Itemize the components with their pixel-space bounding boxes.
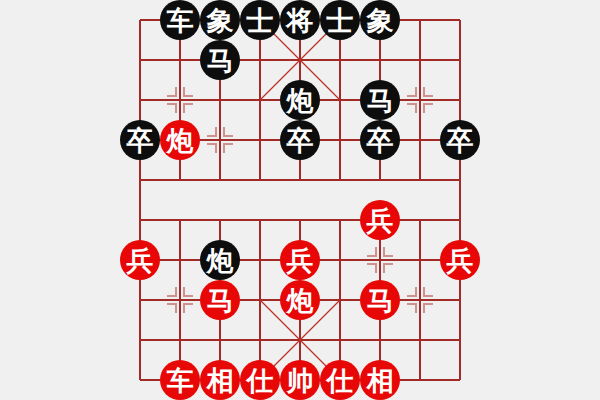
piece-black-elephant[interactable]: 象 <box>360 0 400 40</box>
piece-red-chariot[interactable]: 车 <box>160 360 200 400</box>
piece-red-elephant[interactable]: 相 <box>200 360 240 400</box>
piece-black-horse[interactable]: 马 <box>360 80 400 120</box>
piece-black-chariot[interactable]: 车 <box>160 0 200 40</box>
piece-red-advisor[interactable]: 仕 <box>320 360 360 400</box>
piece-black-advisor[interactable]: 士 <box>240 0 280 40</box>
piece-red-horse[interactable]: 马 <box>360 280 400 320</box>
piece-black-soldier[interactable]: 卒 <box>360 120 400 160</box>
piece-black-advisor[interactable]: 士 <box>320 0 360 40</box>
piece-black-horse[interactable]: 马 <box>200 40 240 80</box>
piece-red-general[interactable]: 帅 <box>280 360 320 400</box>
xiangqi-board: 车象士将士象马炮马卒炮卒卒卒兵兵炮兵兵马炮马车相仕帅仕相 <box>0 0 600 400</box>
piece-black-general[interactable]: 将 <box>280 0 320 40</box>
piece-red-soldier[interactable]: 兵 <box>360 200 400 240</box>
piece-red-horse[interactable]: 马 <box>200 280 240 320</box>
piece-black-elephant[interactable]: 象 <box>200 0 240 40</box>
piece-red-soldier[interactable]: 兵 <box>440 240 480 280</box>
piece-red-cannon[interactable]: 炮 <box>280 280 320 320</box>
piece-red-advisor[interactable]: 仕 <box>240 360 280 400</box>
piece-red-soldier[interactable]: 兵 <box>120 240 160 280</box>
board-grid: 车象士将士象马炮马卒炮卒卒卒兵兵炮兵兵马炮马车相仕帅仕相 <box>120 0 480 400</box>
piece-black-soldier[interactable]: 卒 <box>440 120 480 160</box>
piece-black-soldier[interactable]: 卒 <box>280 120 320 160</box>
piece-black-soldier[interactable]: 卒 <box>120 120 160 160</box>
piece-red-soldier[interactable]: 兵 <box>280 240 320 280</box>
piece-red-cannon[interactable]: 炮 <box>160 120 200 160</box>
piece-black-cannon[interactable]: 炮 <box>200 240 240 280</box>
piece-black-cannon[interactable]: 炮 <box>280 80 320 120</box>
piece-red-elephant[interactable]: 相 <box>360 360 400 400</box>
